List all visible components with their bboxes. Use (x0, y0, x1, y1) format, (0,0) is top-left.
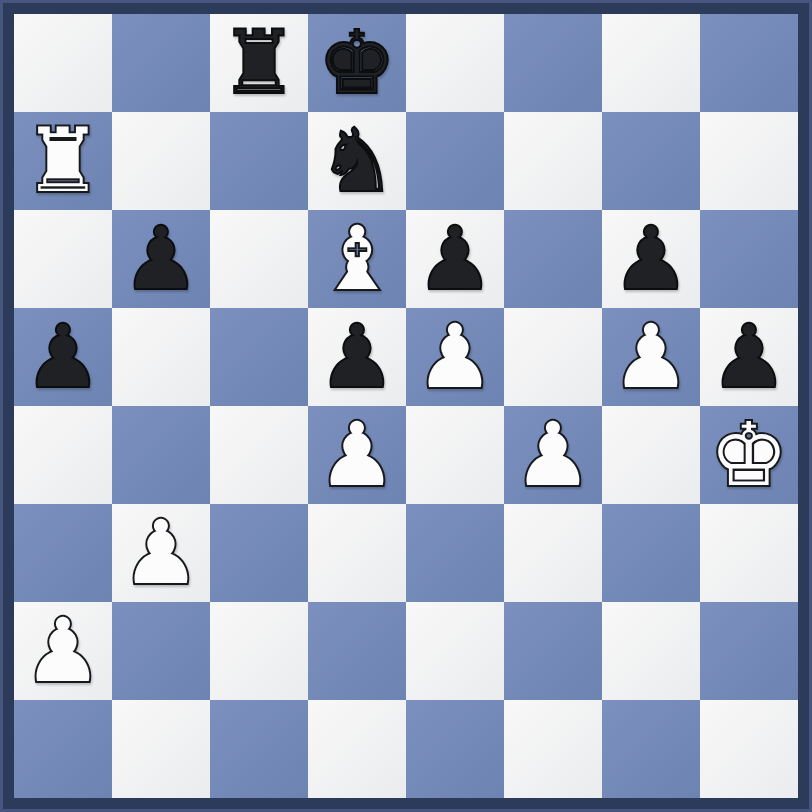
square-e5[interactable]: ♟ (406, 308, 504, 406)
square-g2[interactable] (602, 602, 700, 700)
square-e3[interactable] (406, 504, 504, 602)
black-rook[interactable]: ♜ (220, 19, 299, 107)
square-a3[interactable] (14, 504, 112, 602)
square-f6[interactable] (504, 210, 602, 308)
square-h2[interactable] (700, 602, 798, 700)
square-c3[interactable] (210, 504, 308, 602)
square-e4[interactable] (406, 406, 504, 504)
square-h6[interactable] (700, 210, 798, 308)
square-g4[interactable] (602, 406, 700, 504)
square-e8[interactable] (406, 14, 504, 112)
square-h5[interactable]: ♟ (700, 308, 798, 406)
white-bishop[interactable]: ♝ (318, 215, 397, 303)
white-pawn[interactable]: ♟ (122, 509, 201, 597)
square-g7[interactable] (602, 112, 700, 210)
square-g8[interactable] (602, 14, 700, 112)
square-h1[interactable] (700, 700, 798, 798)
square-h7[interactable] (700, 112, 798, 210)
white-king[interactable]: ♚ (710, 411, 789, 499)
square-h3[interactable] (700, 504, 798, 602)
square-b4[interactable] (112, 406, 210, 504)
square-a7[interactable]: ♜ (14, 112, 112, 210)
square-f7[interactable] (504, 112, 602, 210)
square-f4[interactable]: ♟ (504, 406, 602, 504)
black-pawn[interactable]: ♟ (416, 215, 495, 303)
square-g6[interactable]: ♟ (602, 210, 700, 308)
white-pawn[interactable]: ♟ (612, 313, 691, 401)
square-b7[interactable] (112, 112, 210, 210)
chess-board: ♜♚♜♞♟♝♟♟♟♟♟♟♟♟♟♚♟♟ (14, 14, 798, 798)
square-d3[interactable] (308, 504, 406, 602)
square-e7[interactable] (406, 112, 504, 210)
square-d2[interactable] (308, 602, 406, 700)
square-g1[interactable] (602, 700, 700, 798)
black-pawn[interactable]: ♟ (318, 313, 397, 401)
white-rook[interactable]: ♜ (24, 117, 103, 205)
square-c6[interactable] (210, 210, 308, 308)
square-a2[interactable]: ♟ (14, 602, 112, 700)
square-c7[interactable] (210, 112, 308, 210)
square-c4[interactable] (210, 406, 308, 504)
square-f3[interactable] (504, 504, 602, 602)
square-d6[interactable]: ♝ (308, 210, 406, 308)
square-b2[interactable] (112, 602, 210, 700)
square-f1[interactable] (504, 700, 602, 798)
square-d4[interactable]: ♟ (308, 406, 406, 504)
square-d7[interactable]: ♞ (308, 112, 406, 210)
white-pawn[interactable]: ♟ (416, 313, 495, 401)
square-b8[interactable] (112, 14, 210, 112)
square-a5[interactable]: ♟ (14, 308, 112, 406)
white-pawn[interactable]: ♟ (318, 411, 397, 499)
square-b3[interactable]: ♟ (112, 504, 210, 602)
black-pawn[interactable]: ♟ (710, 313, 789, 401)
square-h4[interactable]: ♚ (700, 406, 798, 504)
square-b1[interactable] (112, 700, 210, 798)
square-c1[interactable] (210, 700, 308, 798)
square-b6[interactable]: ♟ (112, 210, 210, 308)
square-e1[interactable] (406, 700, 504, 798)
square-c5[interactable] (210, 308, 308, 406)
square-a4[interactable] (14, 406, 112, 504)
square-h8[interactable] (700, 14, 798, 112)
square-e6[interactable]: ♟ (406, 210, 504, 308)
square-c8[interactable]: ♜ (210, 14, 308, 112)
square-b5[interactable] (112, 308, 210, 406)
square-g3[interactable] (602, 504, 700, 602)
square-d8[interactable]: ♚ (308, 14, 406, 112)
square-e2[interactable] (406, 602, 504, 700)
black-pawn[interactable]: ♟ (24, 313, 103, 401)
square-f8[interactable] (504, 14, 602, 112)
black-pawn[interactable]: ♟ (612, 215, 691, 303)
square-g5[interactable]: ♟ (602, 308, 700, 406)
square-d5[interactable]: ♟ (308, 308, 406, 406)
black-knight[interactable]: ♞ (318, 117, 397, 205)
square-a8[interactable] (14, 14, 112, 112)
white-pawn[interactable]: ♟ (514, 411, 593, 499)
square-f5[interactable] (504, 308, 602, 406)
white-pawn[interactable]: ♟ (24, 607, 103, 695)
square-a1[interactable] (14, 700, 112, 798)
square-f2[interactable] (504, 602, 602, 700)
black-king[interactable]: ♚ (318, 19, 397, 107)
board-frame: ♜♚♜♞♟♝♟♟♟♟♟♟♟♟♟♚♟♟ (0, 0, 812, 812)
square-c2[interactable] (210, 602, 308, 700)
square-a6[interactable] (14, 210, 112, 308)
square-d1[interactable] (308, 700, 406, 798)
black-pawn[interactable]: ♟ (122, 215, 201, 303)
